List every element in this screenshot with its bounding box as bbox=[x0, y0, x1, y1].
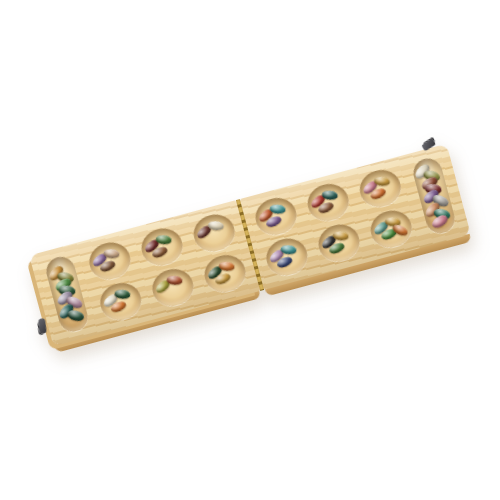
mancala-board bbox=[29, 144, 471, 347]
gem-stone bbox=[373, 176, 390, 186]
gem-stone bbox=[166, 275, 183, 285]
gem-stone bbox=[332, 230, 349, 240]
gem-stone bbox=[103, 248, 120, 258]
pit-bottom-6[interactable] bbox=[366, 206, 415, 251]
pit-bottom-2[interactable] bbox=[148, 265, 197, 310]
pit-top-6[interactable] bbox=[355, 166, 404, 211]
pit-bottom-3[interactable] bbox=[200, 251, 249, 296]
store-right[interactable] bbox=[410, 155, 458, 236]
pit-top-5[interactable] bbox=[303, 180, 352, 225]
pit-bottom-1[interactable] bbox=[96, 279, 145, 324]
board-right-panel bbox=[240, 144, 471, 290]
gem-stone bbox=[280, 244, 297, 254]
board-left-panel bbox=[29, 200, 260, 346]
pit-bottom-4[interactable] bbox=[262, 234, 311, 279]
gem-stone bbox=[321, 189, 338, 199]
gem-stone bbox=[155, 234, 172, 244]
gem-stone bbox=[218, 261, 235, 271]
gem-stone bbox=[114, 289, 131, 299]
store-left[interactable] bbox=[43, 254, 91, 335]
latch-left-icon bbox=[38, 318, 47, 334]
latch-right-icon bbox=[421, 138, 436, 151]
gem-stone bbox=[207, 220, 224, 230]
gem-stone bbox=[269, 203, 286, 213]
pit-top-3[interactable] bbox=[189, 210, 238, 255]
pit-top-4[interactable] bbox=[251, 194, 300, 239]
pit-bottom-5[interactable] bbox=[314, 220, 363, 265]
product-photo-scene bbox=[0, 0, 500, 500]
pit-top-1[interactable] bbox=[85, 238, 134, 283]
gem-stone bbox=[66, 309, 85, 323]
pit-top-2[interactable] bbox=[137, 224, 186, 269]
